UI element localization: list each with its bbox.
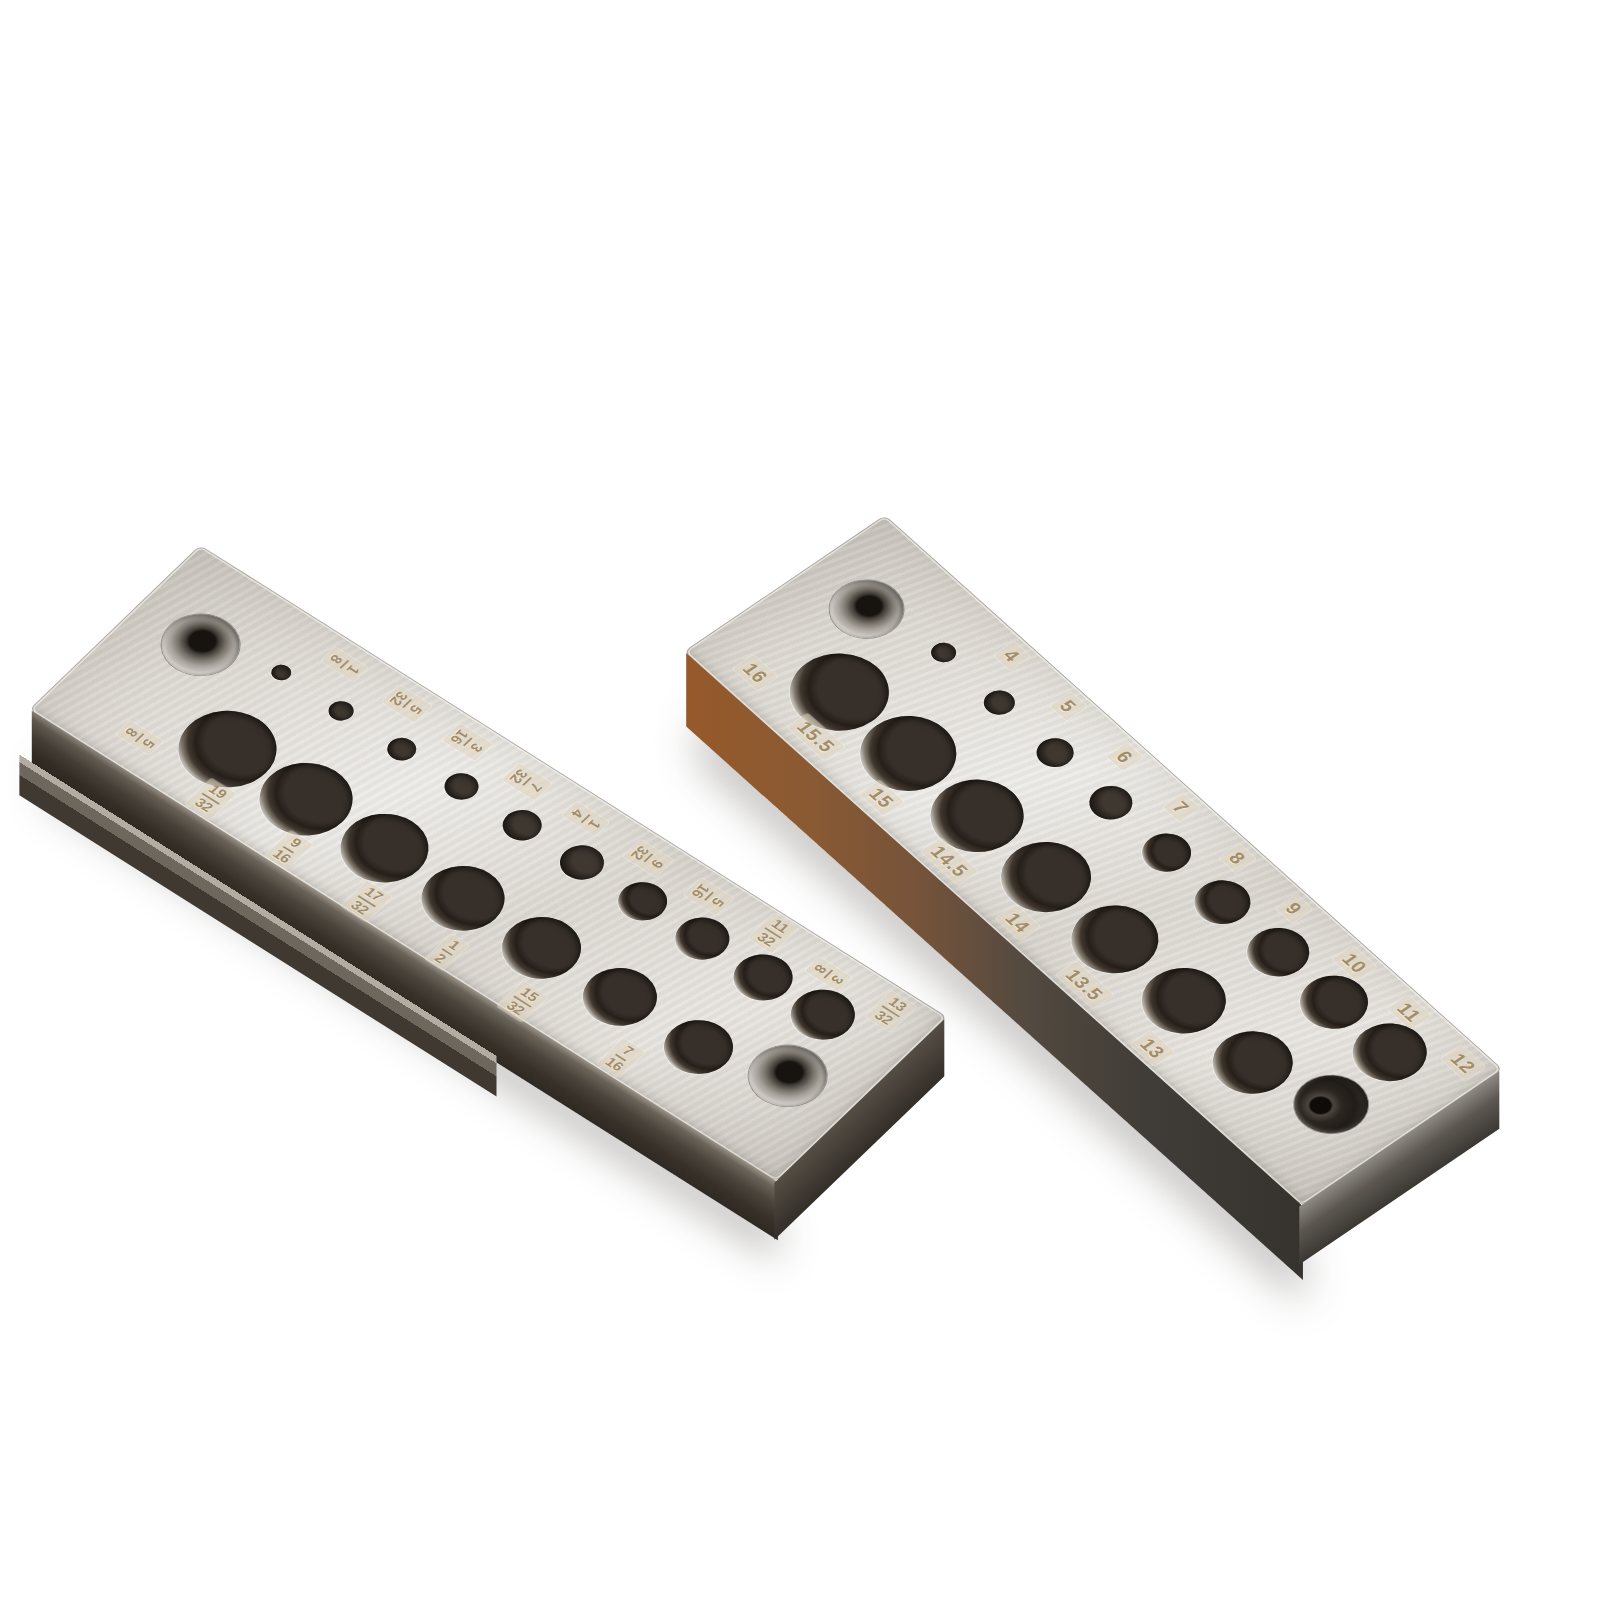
hole-metric-13 <box>1196 1018 1309 1106</box>
size-label-imperial-1-8: 18 <box>321 647 368 682</box>
hole-imperial-7-16 <box>650 1009 747 1085</box>
metric-countersunk-hole-1 <box>814 568 918 649</box>
hole-imperial-5-16 <box>608 874 677 928</box>
hole-imperial-3-8 <box>722 945 805 1010</box>
size-label-imperial-5-32: 532 <box>382 685 432 722</box>
size-label-imperial-5-16: 516 <box>684 878 734 915</box>
hole-metric-10 <box>1234 918 1321 986</box>
hole-imperial-1-8 <box>267 662 295 684</box>
hole-imperial-5-32 <box>323 697 358 724</box>
size-label-imperial-1-4: 14 <box>562 801 609 836</box>
size-label-imperial-11-32: 1132 <box>748 913 798 954</box>
size-label-imperial-13-32: 1332 <box>865 991 916 1032</box>
hole-metric-7 <box>1081 778 1142 825</box>
size-label-metric-12: 12 <box>1441 1045 1486 1081</box>
hole-imperial-1-4 <box>495 803 550 846</box>
size-label-metric-8: 8 <box>1219 844 1256 872</box>
hole-imperial-3-16 <box>381 733 422 765</box>
hole-imperial-9-32 <box>551 838 613 886</box>
size-label-metric-9: 9 <box>1276 895 1313 923</box>
hole-imperial-13-32 <box>778 980 868 1050</box>
size-label-imperial-5-8: 58 <box>116 720 163 755</box>
hole-metric-5 <box>977 685 1021 719</box>
size-label-metric-16: 16 <box>733 655 778 691</box>
hole-imperial-11-32 <box>664 909 740 968</box>
size-label-metric-4: 4 <box>994 641 1031 669</box>
hole-metric-13-5 <box>1125 954 1244 1046</box>
imperial-countersunk-hole-2 <box>733 1033 843 1119</box>
imperial-countersunk-hole-1 <box>146 602 256 688</box>
hole-metric-8 <box>1132 825 1201 879</box>
size-label-metric-6: 6 <box>1106 743 1143 771</box>
size-label-metric-5: 5 <box>1050 692 1087 720</box>
size-label-imperial-3-8: 38 <box>805 957 852 992</box>
size-label-imperial-9-32: 932 <box>623 839 673 876</box>
hole-metric-9 <box>1183 871 1262 933</box>
size-label-imperial-7-32: 732 <box>502 763 552 800</box>
size-label-imperial-3-16: 316 <box>442 723 492 760</box>
fraction-denominator: 2 <box>432 950 450 965</box>
hole-imperial-1-2 <box>486 904 597 991</box>
size-label-metric-7: 7 <box>1163 793 1200 821</box>
hole-metric-4 <box>926 638 961 666</box>
hole-imperial-7-32 <box>438 768 486 805</box>
product-photo-scene: 5819329161732121532716185323167321493251… <box>0 0 1600 1600</box>
hole-imperial-15-32 <box>568 956 672 1037</box>
hole-metric-6 <box>1029 732 1081 773</box>
